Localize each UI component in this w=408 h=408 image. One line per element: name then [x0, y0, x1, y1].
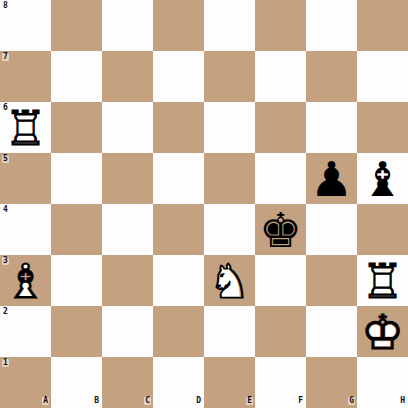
square-h8[interactable] — [357, 0, 408, 51]
rank-label-3: 3 — [2, 257, 9, 265]
square-f6[interactable] — [255, 102, 306, 153]
square-h2[interactable]: ♚♔ — [357, 306, 408, 357]
square-g7[interactable] — [306, 51, 357, 102]
square-g5[interactable]: ♟ — [306, 153, 357, 204]
square-e7[interactable] — [204, 51, 255, 102]
square-a7[interactable]: 7 — [0, 51, 51, 102]
square-d1[interactable]: D — [153, 357, 204, 408]
square-h1[interactable]: H — [357, 357, 408, 408]
piece-glyph: ♚ — [255, 204, 306, 255]
square-b7[interactable] — [51, 51, 102, 102]
square-a2[interactable]: 2 — [0, 306, 51, 357]
square-b2[interactable] — [51, 306, 102, 357]
square-h4[interactable] — [357, 204, 408, 255]
rank-label-7: 7 — [2, 53, 9, 61]
piece-glyph: ♖ — [357, 255, 408, 306]
square-b5[interactable] — [51, 153, 102, 204]
piece-white-rook[interactable]: ♜♖ — [357, 255, 408, 306]
square-g8[interactable] — [306, 0, 357, 51]
square-f1[interactable]: F — [255, 357, 306, 408]
square-d3[interactable] — [153, 255, 204, 306]
square-d6[interactable] — [153, 102, 204, 153]
file-label-f: F — [297, 397, 304, 405]
square-c3[interactable] — [102, 255, 153, 306]
square-c2[interactable] — [102, 306, 153, 357]
square-b8[interactable] — [51, 0, 102, 51]
square-g3[interactable] — [306, 255, 357, 306]
square-c8[interactable] — [102, 0, 153, 51]
file-label-g: G — [348, 397, 355, 405]
square-d4[interactable] — [153, 204, 204, 255]
square-d8[interactable] — [153, 0, 204, 51]
rank-label-2: 2 — [2, 308, 9, 316]
square-e5[interactable] — [204, 153, 255, 204]
square-d2[interactable] — [153, 306, 204, 357]
piece-glyph: ♟ — [306, 153, 357, 204]
square-c5[interactable] — [102, 153, 153, 204]
rank-label-8: 8 — [2, 2, 9, 10]
square-h6[interactable] — [357, 102, 408, 153]
square-c7[interactable] — [102, 51, 153, 102]
square-h7[interactable] — [357, 51, 408, 102]
square-a1[interactable]: 1A — [0, 357, 51, 408]
piece-white-king[interactable]: ♚♔ — [357, 306, 408, 357]
square-a6[interactable]: 6♜♖ — [0, 102, 51, 153]
file-label-c: C — [144, 397, 151, 405]
piece-black-pawn[interactable]: ♟ — [306, 153, 357, 204]
square-g6[interactable] — [306, 102, 357, 153]
square-a4[interactable]: 4 — [0, 204, 51, 255]
square-f7[interactable] — [255, 51, 306, 102]
square-e8[interactable] — [204, 0, 255, 51]
square-g4[interactable] — [306, 204, 357, 255]
file-label-e: E — [246, 397, 253, 405]
square-e2[interactable] — [204, 306, 255, 357]
chess-board: 876♜♖5♟♝4♚3♝♗♞♘♜♖2♚♔1ABCDEFGH — [0, 0, 408, 408]
square-d5[interactable] — [153, 153, 204, 204]
square-f3[interactable] — [255, 255, 306, 306]
file-label-a: A — [42, 397, 49, 405]
piece-white-knight[interactable]: ♞♘ — [204, 255, 255, 306]
rank-label-4: 4 — [2, 206, 9, 214]
square-a3[interactable]: 3♝♗ — [0, 255, 51, 306]
piece-glyph: ♔ — [357, 306, 408, 357]
square-e6[interactable] — [204, 102, 255, 153]
square-b1[interactable]: B — [51, 357, 102, 408]
square-f4[interactable]: ♚ — [255, 204, 306, 255]
square-a8[interactable]: 8 — [0, 0, 51, 51]
square-b3[interactable] — [51, 255, 102, 306]
file-label-b: B — [93, 397, 100, 405]
square-f5[interactable] — [255, 153, 306, 204]
square-g2[interactable] — [306, 306, 357, 357]
rank-label-1: 1 — [2, 359, 9, 367]
square-b6[interactable] — [51, 102, 102, 153]
piece-glyph: ♝ — [357, 153, 408, 204]
square-a5[interactable]: 5 — [0, 153, 51, 204]
file-label-d: D — [195, 397, 202, 405]
piece-glyph: ♘ — [204, 255, 255, 306]
piece-black-bishop[interactable]: ♝ — [357, 153, 408, 204]
rank-label-6: 6 — [2, 104, 9, 112]
piece-black-king[interactable]: ♚ — [255, 204, 306, 255]
square-h3[interactable]: ♜♖ — [357, 255, 408, 306]
square-c1[interactable]: C — [102, 357, 153, 408]
rank-label-5: 5 — [2, 155, 9, 163]
square-e3[interactable]: ♞♘ — [204, 255, 255, 306]
square-g1[interactable]: G — [306, 357, 357, 408]
square-h5[interactable]: ♝ — [357, 153, 408, 204]
file-label-h: H — [399, 397, 406, 405]
square-b4[interactable] — [51, 204, 102, 255]
square-f8[interactable] — [255, 0, 306, 51]
square-e1[interactable]: E — [204, 357, 255, 408]
square-d7[interactable] — [153, 51, 204, 102]
square-c6[interactable] — [102, 102, 153, 153]
square-c4[interactable] — [102, 204, 153, 255]
square-f2[interactable] — [255, 306, 306, 357]
square-e4[interactable] — [204, 204, 255, 255]
